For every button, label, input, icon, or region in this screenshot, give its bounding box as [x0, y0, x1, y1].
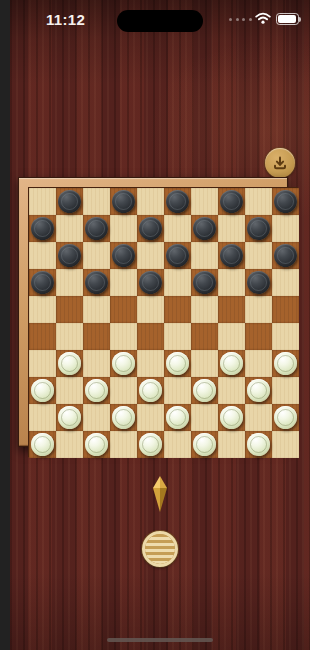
light-piece[interactable]: [247, 379, 270, 402]
board-square[interactable]: [137, 269, 164, 296]
board-square[interactable]: [83, 323, 110, 350]
board-square[interactable]: [110, 350, 137, 377]
board-square[interactable]: [245, 188, 272, 215]
board-square[interactable]: [56, 188, 83, 215]
battery-cap: [299, 17, 301, 22]
board-square[interactable]: [83, 296, 110, 323]
board-square[interactable]: [56, 404, 83, 431]
dark-piece[interactable]: [193, 271, 216, 294]
board-square[interactable]: [218, 242, 245, 269]
board-square[interactable]: [137, 188, 164, 215]
board-square[interactable]: [191, 215, 218, 242]
board-square[interactable]: [29, 377, 56, 404]
status-bar: 11:12: [10, 0, 310, 42]
board-square[interactable]: [110, 377, 137, 404]
dark-piece[interactable]: [139, 271, 162, 294]
dark-piece[interactable]: [247, 271, 270, 294]
board-square[interactable]: [29, 215, 56, 242]
board-square[interactable]: [245, 323, 272, 350]
board-square[interactable]: [272, 242, 299, 269]
board-square[interactable]: [137, 323, 164, 350]
board-square[interactable]: [191, 296, 218, 323]
board-square[interactable]: [164, 323, 191, 350]
board-square[interactable]: [164, 188, 191, 215]
dark-piece[interactable]: [139, 217, 162, 240]
board-square[interactable]: [83, 431, 110, 458]
board-square[interactable]: [29, 350, 56, 377]
dark-piece[interactable]: [166, 190, 189, 213]
board-square[interactable]: [245, 215, 272, 242]
board-square[interactable]: [137, 215, 164, 242]
light-piece[interactable]: [31, 433, 54, 456]
dark-piece[interactable]: [85, 217, 108, 240]
board-frame: [18, 177, 288, 447]
board-square[interactable]: [191, 377, 218, 404]
board-square[interactable]: [110, 215, 137, 242]
light-piece[interactable]: [112, 406, 135, 429]
board-square[interactable]: [56, 323, 83, 350]
board-square[interactable]: [191, 188, 218, 215]
board-square[interactable]: [272, 296, 299, 323]
dark-piece[interactable]: [220, 244, 243, 267]
dark-piece[interactable]: [274, 244, 297, 267]
board-square[interactable]: [83, 377, 110, 404]
light-piece[interactable]: [274, 406, 297, 429]
board-square[interactable]: [137, 377, 164, 404]
light-piece[interactable]: [112, 352, 135, 375]
light-piece[interactable]: [139, 379, 162, 402]
board-square[interactable]: [191, 350, 218, 377]
light-piece[interactable]: [139, 433, 162, 456]
dark-piece[interactable]: [274, 190, 297, 213]
board-square[interactable]: [83, 350, 110, 377]
download-button[interactable]: [265, 148, 295, 178]
board-square[interactable]: [272, 215, 299, 242]
board-square[interactable]: [191, 242, 218, 269]
board-square[interactable]: [191, 404, 218, 431]
battery-icon: [276, 13, 299, 25]
board-square[interactable]: [56, 431, 83, 458]
dark-piece[interactable]: [31, 271, 54, 294]
board-square[interactable]: [218, 323, 245, 350]
board-square[interactable]: [110, 188, 137, 215]
light-piece[interactable]: [58, 352, 81, 375]
dark-piece[interactable]: [112, 244, 135, 267]
board-square[interactable]: [218, 404, 245, 431]
board-square[interactable]: [137, 350, 164, 377]
board-square[interactable]: [218, 350, 245, 377]
board-square[interactable]: [110, 296, 137, 323]
dark-piece[interactable]: [31, 217, 54, 240]
board-square[interactable]: [56, 269, 83, 296]
light-piece[interactable]: [85, 379, 108, 402]
board-square[interactable]: [272, 404, 299, 431]
board-square[interactable]: [191, 323, 218, 350]
board-square[interactable]: [164, 431, 191, 458]
wifi-icon: [255, 12, 271, 24]
board-square[interactable]: [137, 296, 164, 323]
board-square[interactable]: [137, 242, 164, 269]
board-square[interactable]: [56, 242, 83, 269]
dark-piece[interactable]: [247, 217, 270, 240]
board-square[interactable]: [218, 431, 245, 458]
board-square[interactable]: [110, 404, 137, 431]
board-square[interactable]: [29, 323, 56, 350]
board-square[interactable]: [29, 188, 56, 215]
board-square[interactable]: [83, 242, 110, 269]
light-piece[interactable]: [31, 379, 54, 402]
board-square[interactable]: [56, 350, 83, 377]
light-piece[interactable]: [247, 433, 270, 456]
board-square[interactable]: [56, 215, 83, 242]
board-square[interactable]: [218, 215, 245, 242]
board-square[interactable]: [164, 242, 191, 269]
board-square[interactable]: [83, 404, 110, 431]
dynamic-island: [117, 10, 203, 32]
dark-piece[interactable]: [112, 190, 135, 213]
board-square[interactable]: [29, 242, 56, 269]
board-square[interactable]: [110, 323, 137, 350]
turn-indicator-diamond: [149, 475, 171, 513]
board-square[interactable]: [83, 269, 110, 296]
board-square[interactable]: [29, 296, 56, 323]
board-square[interactable]: [164, 269, 191, 296]
board-square[interactable]: [83, 215, 110, 242]
light-piece[interactable]: [166, 406, 189, 429]
board-square[interactable]: [56, 377, 83, 404]
board-square[interactable]: [272, 269, 299, 296]
board-square[interactable]: [218, 296, 245, 323]
board-square[interactable]: [164, 296, 191, 323]
board-square[interactable]: [110, 431, 137, 458]
clock: 11:12: [46, 11, 85, 28]
board-square[interactable]: [272, 350, 299, 377]
board-square[interactable]: [164, 350, 191, 377]
board-square[interactable]: [110, 242, 137, 269]
dark-piece[interactable]: [85, 271, 108, 294]
light-piece[interactable]: [58, 406, 81, 429]
board-square[interactable]: [164, 215, 191, 242]
board-square[interactable]: [272, 377, 299, 404]
board-square[interactable]: [110, 269, 137, 296]
cellular-signal-icon: [229, 18, 252, 21]
app-screen: 11:12: [10, 0, 310, 650]
light-piece[interactable]: [274, 352, 297, 375]
board-square[interactable]: [164, 404, 191, 431]
board-square[interactable]: [245, 350, 272, 377]
board-square[interactable]: [245, 296, 272, 323]
board-square[interactable]: [29, 431, 56, 458]
board-square[interactable]: [245, 431, 272, 458]
board-square[interactable]: [191, 269, 218, 296]
board-square[interactable]: [137, 404, 164, 431]
board-square[interactable]: [218, 377, 245, 404]
light-piece[interactable]: [85, 433, 108, 456]
board-square[interactable]: [56, 296, 83, 323]
board-square[interactable]: [218, 188, 245, 215]
light-piece[interactable]: [193, 379, 216, 402]
light-piece[interactable]: [220, 352, 243, 375]
light-piece[interactable]: [220, 406, 243, 429]
dark-piece[interactable]: [220, 190, 243, 213]
board-square[interactable]: [137, 431, 164, 458]
board-square[interactable]: [83, 188, 110, 215]
dark-piece[interactable]: [166, 244, 189, 267]
home-indicator[interactable]: [107, 638, 213, 642]
board-grid: [28, 187, 298, 457]
light-piece[interactable]: [166, 352, 189, 375]
battery-level: [278, 15, 296, 23]
board-square[interactable]: [272, 188, 299, 215]
dark-piece[interactable]: [58, 244, 81, 267]
board-square[interactable]: [272, 431, 299, 458]
dark-piece[interactable]: [193, 217, 216, 240]
board-square[interactable]: [218, 269, 245, 296]
board-square[interactable]: [164, 377, 191, 404]
board-square[interactable]: [245, 404, 272, 431]
board-square[interactable]: [245, 242, 272, 269]
light-piece[interactable]: [193, 433, 216, 456]
menu-button[interactable]: [142, 531, 178, 567]
board-square[interactable]: [29, 404, 56, 431]
board-square[interactable]: [272, 323, 299, 350]
dark-piece[interactable]: [58, 190, 81, 213]
board-square[interactable]: [245, 269, 272, 296]
board-square[interactable]: [29, 269, 56, 296]
download-icon: [272, 155, 288, 171]
horizontal-stripes-icon: [145, 534, 175, 564]
board-square[interactable]: [245, 377, 272, 404]
board-square[interactable]: [191, 431, 218, 458]
